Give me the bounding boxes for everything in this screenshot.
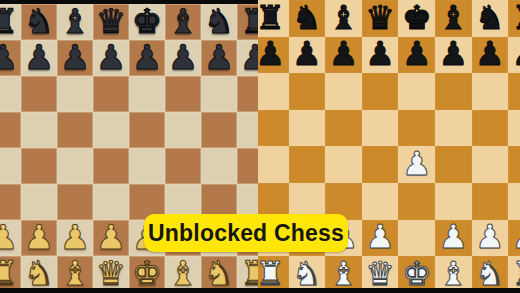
- white-queen[interactable]: ♛: [96, 256, 126, 290]
- square-e5[interactable]: [398, 110, 435, 147]
- square-e4[interactable]: ♟: [398, 146, 435, 183]
- square-h3[interactable]: [508, 183, 520, 220]
- square-d4[interactable]: [93, 148, 129, 184]
- black-pawn[interactable]: ♟: [0, 40, 18, 74]
- square-g5[interactable]: [201, 112, 237, 148]
- white-king[interactable]: ♚: [132, 256, 162, 290]
- square-e8[interactable]: ♚: [398, 0, 435, 37]
- square-a5[interactable]: [0, 112, 21, 148]
- white-rook[interactable]: ♜: [0, 256, 18, 290]
- black-pawn[interactable]: ♟: [402, 37, 432, 70]
- black-pawn[interactable]: ♟: [365, 37, 395, 70]
- square-c7[interactable]: ♟: [325, 37, 362, 74]
- square-f7[interactable]: ♟: [165, 40, 201, 76]
- square-e5[interactable]: [129, 112, 165, 148]
- white-pawn[interactable]: ♟: [0, 220, 18, 254]
- square-d1[interactable]: ♛: [93, 256, 129, 292]
- square-b7[interactable]: ♟: [289, 37, 326, 74]
- square-a5[interactable]: [258, 110, 289, 147]
- square-b2[interactable]: ♟: [21, 220, 57, 256]
- square-g2[interactable]: ♟: [472, 220, 509, 257]
- black-pawn[interactable]: ♟: [132, 40, 162, 74]
- square-a7[interactable]: ♟: [0, 40, 21, 76]
- square-e3[interactable]: [398, 183, 435, 220]
- left-board-top-frame: [0, 0, 258, 4]
- square-a2[interactable]: ♟: [0, 220, 21, 256]
- black-bishop[interactable]: ♝: [60, 4, 90, 38]
- square-f6[interactable]: [435, 73, 472, 110]
- square-b5[interactable]: [289, 110, 326, 147]
- square-g7[interactable]: ♟: [472, 37, 509, 74]
- white-pawn[interactable]: ♟: [96, 220, 126, 254]
- square-c8[interactable]: ♝: [325, 0, 362, 37]
- black-pawn[interactable]: ♟: [292, 37, 322, 70]
- black-pawn[interactable]: ♟: [512, 37, 520, 70]
- black-king[interactable]: ♚: [402, 1, 432, 34]
- square-c4[interactable]: [57, 148, 93, 184]
- black-knight[interactable]: ♞: [204, 4, 234, 38]
- square-h2[interactable]: ♟: [508, 220, 520, 257]
- square-a4[interactable]: [258, 146, 289, 183]
- white-bishop[interactable]: ♝: [60, 256, 90, 290]
- square-e6[interactable]: [398, 73, 435, 110]
- square-f4[interactable]: [165, 148, 201, 184]
- black-queen[interactable]: ♛: [365, 1, 395, 34]
- black-rook[interactable]: ♜: [512, 1, 520, 34]
- square-h1[interactable]: ♜: [237, 256, 258, 292]
- square-d7[interactable]: ♟: [362, 37, 399, 74]
- square-g4[interactable]: [472, 146, 509, 183]
- square-b6[interactable]: [289, 73, 326, 110]
- square-h7[interactable]: ♟: [508, 37, 520, 74]
- white-knight[interactable]: ♞: [292, 257, 322, 290]
- square-d2[interactable]: ♟: [93, 220, 129, 256]
- square-f5[interactable]: [165, 112, 201, 148]
- black-rook[interactable]: ♜: [0, 4, 18, 38]
- square-g3[interactable]: [472, 183, 509, 220]
- square-f6[interactable]: [165, 76, 201, 112]
- square-a1[interactable]: ♜: [0, 256, 21, 292]
- square-e1[interactable]: ♚: [129, 256, 165, 292]
- black-pawn[interactable]: ♟: [168, 40, 198, 74]
- black-pawn[interactable]: ♟: [438, 37, 468, 70]
- white-pawn[interactable]: ♟: [475, 220, 505, 253]
- white-bishop[interactable]: ♝: [438, 257, 468, 290]
- square-a6[interactable]: [258, 73, 289, 110]
- square-d2[interactable]: ♟: [362, 220, 399, 257]
- black-pawn[interactable]: ♟: [96, 40, 126, 74]
- black-bishop[interactable]: ♝: [168, 4, 198, 38]
- square-f8[interactable]: ♝: [165, 4, 201, 40]
- square-c7[interactable]: ♟: [57, 40, 93, 76]
- square-d4[interactable]: [362, 146, 399, 183]
- square-g5[interactable]: [472, 110, 509, 147]
- black-pawn[interactable]: ♟: [24, 40, 54, 74]
- square-g8[interactable]: ♞: [472, 0, 509, 37]
- square-b4[interactable]: [21, 148, 57, 184]
- white-bishop[interactable]: ♝: [329, 257, 359, 290]
- square-h8[interactable]: ♜: [237, 4, 258, 40]
- split-image-scene: ♜♞♝♛♚♝♞♜♟♟♟♟♟♟♟♟♟♟♟♟♟♟♟♟♜♞♝♛♚♝♞♜ ♜♞♝♛♚♝♞…: [0, 0, 520, 293]
- square-a8[interactable]: ♜: [258, 0, 289, 37]
- square-c6[interactable]: [57, 76, 93, 112]
- square-b7[interactable]: ♟: [21, 40, 57, 76]
- square-h6[interactable]: [237, 76, 258, 112]
- white-queen[interactable]: ♛: [365, 257, 395, 290]
- square-h8[interactable]: ♜: [508, 0, 520, 37]
- white-rook[interactable]: ♜: [240, 256, 258, 290]
- square-e2[interactable]: [398, 220, 435, 257]
- square-f7[interactable]: ♟: [435, 37, 472, 74]
- bottom-frame: [0, 288, 520, 293]
- square-a3[interactable]: [0, 184, 21, 220]
- white-knight[interactable]: ♞: [24, 256, 54, 290]
- title-banner: Unblocked Chess: [144, 214, 348, 252]
- black-queen[interactable]: ♛: [96, 4, 126, 38]
- square-h6[interactable]: [508, 73, 520, 110]
- square-h5[interactable]: [237, 112, 258, 148]
- square-c5[interactable]: [57, 112, 93, 148]
- square-d6[interactable]: [362, 73, 399, 110]
- black-bishop[interactable]: ♝: [438, 1, 468, 34]
- square-d8[interactable]: ♛: [93, 4, 129, 40]
- white-knight[interactable]: ♞: [204, 256, 234, 290]
- square-g7[interactable]: ♟: [201, 40, 237, 76]
- black-king[interactable]: ♚: [132, 4, 162, 38]
- white-pawn[interactable]: ♟: [402, 147, 432, 180]
- square-f8[interactable]: ♝: [435, 0, 472, 37]
- square-a7[interactable]: ♟: [258, 37, 289, 74]
- square-a4[interactable]: [0, 148, 21, 184]
- black-pawn[interactable]: ♟: [329, 37, 359, 70]
- square-c5[interactable]: [325, 110, 362, 147]
- white-knight[interactable]: ♞: [475, 257, 505, 290]
- square-f3[interactable]: [435, 183, 472, 220]
- white-rook[interactable]: ♜: [258, 257, 285, 290]
- white-pawn[interactable]: ♟: [512, 220, 520, 253]
- black-knight[interactable]: ♞: [24, 4, 54, 38]
- square-b8[interactable]: ♞: [21, 4, 57, 40]
- square-h7[interactable]: ♟: [237, 40, 258, 76]
- square-g1[interactable]: ♞: [201, 256, 237, 292]
- square-e8[interactable]: ♚: [129, 4, 165, 40]
- square-h4[interactable]: [508, 146, 520, 183]
- square-c4[interactable]: [325, 146, 362, 183]
- white-pawn[interactable]: ♟: [60, 220, 90, 254]
- square-h4[interactable]: [237, 148, 258, 184]
- square-c8[interactable]: ♝: [57, 4, 93, 40]
- square-c3[interactable]: [57, 184, 93, 220]
- square-f2[interactable]: ♟: [435, 220, 472, 257]
- square-b3[interactable]: [21, 184, 57, 220]
- screenshot-root: { "game": "chess", "scene": { "descripti…: [0, 0, 520, 293]
- black-pawn[interactable]: ♟: [258, 37, 285, 70]
- black-rook[interactable]: ♜: [258, 1, 285, 34]
- square-d5[interactable]: [362, 110, 399, 147]
- square-a8[interactable]: ♜: [0, 4, 21, 40]
- square-a6[interactable]: [0, 76, 21, 112]
- square-e7[interactable]: ♟: [398, 37, 435, 74]
- white-rook[interactable]: ♜: [512, 257, 520, 290]
- square-e4[interactable]: [129, 148, 165, 184]
- square-b1[interactable]: ♞: [21, 256, 57, 292]
- white-bishop[interactable]: ♝: [168, 256, 198, 290]
- square-c6[interactable]: [325, 73, 362, 110]
- black-knight[interactable]: ♞: [292, 1, 322, 34]
- white-pawn[interactable]: ♟: [24, 220, 54, 254]
- square-d6[interactable]: [93, 76, 129, 112]
- square-d3[interactable]: [93, 184, 129, 220]
- square-d5[interactable]: [93, 112, 129, 148]
- black-pawn[interactable]: ♟: [60, 40, 90, 74]
- square-e7[interactable]: ♟: [129, 40, 165, 76]
- square-d8[interactable]: ♛: [362, 0, 399, 37]
- square-g6[interactable]: [201, 76, 237, 112]
- square-b4[interactable]: [289, 146, 326, 183]
- square-g4[interactable]: [201, 148, 237, 184]
- black-bishop[interactable]: ♝: [329, 1, 359, 34]
- white-pawn[interactable]: ♟: [438, 220, 468, 253]
- square-c2[interactable]: ♟: [57, 220, 93, 256]
- square-f1[interactable]: ♝: [165, 256, 201, 292]
- square-b5[interactable]: [21, 112, 57, 148]
- square-d3[interactable]: [362, 183, 399, 220]
- square-f4[interactable]: [435, 146, 472, 183]
- square-g6[interactable]: [472, 73, 509, 110]
- square-e6[interactable]: [129, 76, 165, 112]
- square-b6[interactable]: [21, 76, 57, 112]
- black-knight[interactable]: ♞: [475, 1, 505, 34]
- black-rook[interactable]: ♜: [240, 4, 258, 38]
- square-d7[interactable]: ♟: [93, 40, 129, 76]
- black-pawn[interactable]: ♟: [240, 40, 258, 74]
- square-h5[interactable]: [508, 110, 520, 147]
- square-g8[interactable]: ♞: [201, 4, 237, 40]
- square-b8[interactable]: ♞: [289, 0, 326, 37]
- white-pawn[interactable]: ♟: [365, 220, 395, 253]
- black-pawn[interactable]: ♟: [204, 40, 234, 74]
- title-banner-text: Unblocked Chess: [148, 220, 344, 247]
- square-c1[interactable]: ♝: [57, 256, 93, 292]
- white-king[interactable]: ♚: [402, 257, 432, 290]
- black-pawn[interactable]: ♟: [475, 37, 505, 70]
- square-f5[interactable]: [435, 110, 472, 147]
